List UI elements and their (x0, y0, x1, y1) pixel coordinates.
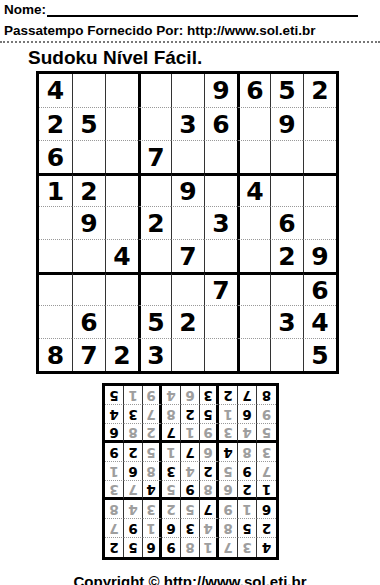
solution-cell-r5c1: 7 (257, 462, 276, 481)
solution-cell-r1c4: 1 (200, 538, 219, 557)
page-title: Sudoku Nível Fácil. (28, 47, 380, 69)
cell-r7c2 (72, 272, 105, 305)
solution-cell-r7c9: 6 (105, 424, 124, 443)
solution-cell-r2c5: 3 (181, 519, 200, 538)
solution-cell-r5c7: 8 (143, 462, 162, 481)
cell-r7c9: 6 (303, 272, 336, 305)
solution-cell-r7c3: 3 (219, 424, 238, 443)
cell-r5c2: 9 (72, 206, 105, 239)
solution-cell-r7c2: 4 (238, 424, 257, 443)
cell-r7c6: 7 (204, 272, 237, 305)
solution-cell-r5c8: 6 (124, 462, 143, 481)
cell-r2c4 (138, 107, 171, 140)
cell-r9c8 (270, 338, 303, 371)
solution-cell-r1c6: 9 (162, 538, 181, 557)
cell-r8c3 (105, 305, 138, 338)
solution-cell-r6c5: 7 (181, 443, 200, 462)
cell-r5c6: 3 (204, 206, 237, 239)
cell-r6c9: 9 (303, 239, 336, 272)
solution-cell-r1c5: 8 (181, 538, 200, 557)
solution-cell-r7c1: 5 (257, 424, 276, 443)
solution-cell-r6c7: 5 (143, 443, 162, 462)
name-row: Nome: (0, 0, 380, 17)
cell-r4c1: 1 (39, 173, 72, 206)
solution-cell-r6c6: 1 (162, 443, 181, 462)
cell-r4c8 (270, 173, 303, 206)
cell-r9c1: 8 (39, 338, 72, 371)
solution-cell-r8c9: 4 (105, 405, 124, 424)
cell-r1c6: 9 (204, 74, 237, 107)
cell-r8c6 (204, 305, 237, 338)
solution-cell-r9c5: 6 (181, 386, 200, 405)
cell-r4c3 (105, 173, 138, 206)
solution-cell-r8c8: 3 (124, 405, 143, 424)
solution-cell-r9c8: 1 (124, 386, 143, 405)
copyright-footer: Copyright © http://www.sol.eti.br (0, 573, 380, 585)
cell-r9c5 (171, 338, 204, 371)
cell-r5c3 (105, 206, 138, 239)
cell-r8c1 (39, 305, 72, 338)
solution-cell-r2c3: 8 (219, 519, 238, 538)
solution-cell-r5c5: 4 (181, 462, 200, 481)
cell-r3c3 (105, 140, 138, 173)
solution-cell-r8c4: 5 (200, 405, 219, 424)
solution-cell-r3c6: 2 (162, 500, 181, 519)
solution-cell-r2c9: 7 (105, 519, 124, 538)
solution-cell-r2c7: 1 (143, 519, 162, 538)
solution-cell-r7c7: 2 (143, 424, 162, 443)
solution-cell-r9c4: 3 (200, 386, 219, 405)
solution-cell-r6c8: 2 (124, 443, 143, 462)
sudoku-puzzle-grid: 496522536967129492364729766523487235 (36, 71, 339, 374)
cell-r8c8: 3 (270, 305, 303, 338)
cell-r1c9: 2 (303, 74, 336, 107)
solution-cell-r7c4: 9 (200, 424, 219, 443)
solution-cell-r1c7: 6 (143, 538, 162, 557)
cell-r2c6: 6 (204, 107, 237, 140)
cell-r6c3: 4 (105, 239, 138, 272)
cell-r2c7 (237, 107, 270, 140)
solution-cell-r4c8: 7 (124, 481, 143, 500)
cell-r4c2: 2 (72, 173, 105, 206)
solution-cell-r1c8: 5 (124, 538, 143, 557)
cell-r4c9 (303, 173, 336, 206)
solution-cell-r3c1: 6 (257, 500, 276, 519)
solution-cell-r7c5: 1 (181, 424, 200, 443)
solution-cell-r1c1: 4 (257, 538, 276, 557)
cell-r3c5 (171, 140, 204, 173)
solution-cell-r6c3: 4 (219, 443, 238, 462)
solution-cell-r4c7: 4 (143, 481, 162, 500)
solution-cell-r6c2: 8 (238, 443, 257, 462)
solution-cell-r6c1: 3 (257, 443, 276, 462)
cell-r7c1 (39, 272, 72, 305)
solution-cell-r9c9: 5 (105, 386, 124, 405)
cell-r7c7 (237, 272, 270, 305)
cell-r3c6 (204, 140, 237, 173)
cell-r3c8 (270, 140, 303, 173)
cell-r1c7: 6 (237, 74, 270, 107)
solution-cell-r4c4: 8 (200, 481, 219, 500)
cell-r4c4 (138, 173, 171, 206)
cell-r1c4 (138, 74, 171, 107)
solution-cell-r3c8: 4 (124, 500, 143, 519)
solution-cell-r3c9: 8 (105, 500, 124, 519)
solution-cell-r8c3: 1 (219, 405, 238, 424)
cell-r7c5 (171, 272, 204, 305)
solution-cell-r5c3: 5 (219, 462, 238, 481)
cell-r5c5 (171, 206, 204, 239)
solution-cell-r2c4: 4 (200, 519, 219, 538)
cell-r5c7 (237, 206, 270, 239)
cell-r5c4: 2 (138, 206, 171, 239)
cell-r6c4 (138, 239, 171, 272)
cell-r1c8: 5 (270, 74, 303, 107)
sudoku-solution-grid-rotated: 4371896522584361976197523481268954737952… (102, 383, 279, 560)
solution-cell-r5c6: 3 (162, 462, 181, 481)
cell-r3c1: 6 (39, 140, 72, 173)
cell-r9c2: 7 (72, 338, 105, 371)
cell-r9c9: 5 (303, 338, 336, 371)
cell-r1c1: 4 (39, 74, 72, 107)
cell-r4c6 (204, 173, 237, 206)
solution-cell-r8c2: 6 (238, 405, 257, 424)
solution-cell-r3c2: 1 (238, 500, 257, 519)
solution-cell-r9c7: 9 (143, 386, 162, 405)
cell-r2c3 (105, 107, 138, 140)
cell-r3c4: 7 (138, 140, 171, 173)
cell-r5c1 (39, 206, 72, 239)
cell-r1c5 (171, 74, 204, 107)
cell-r8c9: 4 (303, 305, 336, 338)
solution-cell-r4c5: 9 (181, 481, 200, 500)
cell-r6c1 (39, 239, 72, 272)
cell-r6c6 (204, 239, 237, 272)
solution-cell-r8c1: 9 (257, 405, 276, 424)
cell-r8c2: 6 (72, 305, 105, 338)
solution-cell-r3c7: 3 (143, 500, 162, 519)
solution-cell-r9c6: 4 (162, 386, 181, 405)
cell-r3c7 (237, 140, 270, 173)
cell-r7c3 (105, 272, 138, 305)
solution-cell-r3c4: 7 (200, 500, 219, 519)
solution-cell-r9c3: 2 (219, 386, 238, 405)
cell-r6c2 (72, 239, 105, 272)
solution-cell-r2c1: 2 (257, 519, 276, 538)
cell-r8c4: 5 (138, 305, 171, 338)
solution-cell-r4c2: 2 (238, 481, 257, 500)
cell-r6c5: 7 (171, 239, 204, 272)
solution-cell-r8c6: 8 (162, 405, 181, 424)
sudoku-worksheet-page: Nome: Passatempo Fornecido Por: http://w… (0, 0, 380, 585)
cell-r6c8: 2 (270, 239, 303, 272)
solution-cell-r4c1: 1 (257, 481, 276, 500)
cell-r7c8 (270, 272, 303, 305)
solution-cell-r2c6: 6 (162, 519, 181, 538)
solution-cell-r3c5: 5 (181, 500, 200, 519)
solution-cell-r8c7: 7 (143, 405, 162, 424)
solution-cell-r8c5: 2 (181, 405, 200, 424)
cell-r1c2 (72, 74, 105, 107)
cell-r9c4: 3 (138, 338, 171, 371)
cell-r2c8: 9 (270, 107, 303, 140)
cell-r2c1: 2 (39, 107, 72, 140)
cell-r9c6 (204, 338, 237, 371)
cell-r8c5: 2 (171, 305, 204, 338)
solution-cell-r9c2: 7 (238, 386, 257, 405)
cell-r5c9 (303, 206, 336, 239)
solution-cell-r7c6: 7 (162, 424, 181, 443)
cell-r4c5: 9 (171, 173, 204, 206)
solution-cell-r5c9: 1 (105, 462, 124, 481)
solution-cell-r2c8: 9 (124, 519, 143, 538)
cell-r2c2: 5 (72, 107, 105, 140)
cell-r7c4 (138, 272, 171, 305)
solution-cell-r1c9: 2 (105, 538, 124, 557)
solution-cell-r6c4: 6 (200, 443, 219, 462)
solution-cell-r2c2: 5 (238, 519, 257, 538)
solution-cell-r6c9: 9 (105, 443, 124, 462)
solution-cell-r1c3: 7 (219, 538, 238, 557)
solution-cell-r4c3: 6 (219, 481, 238, 500)
cell-r2c9 (303, 107, 336, 140)
cell-r6c7 (237, 239, 270, 272)
cell-r4c7: 4 (237, 173, 270, 206)
name-fill-line (47, 3, 358, 17)
cell-r9c7 (237, 338, 270, 371)
name-label: Nome: (4, 2, 46, 17)
cell-r3c2 (72, 140, 105, 173)
solution-cell-r4c6: 5 (162, 481, 181, 500)
solution-cell-r7c8: 8 (124, 424, 143, 443)
solution-cell-r1c2: 3 (238, 538, 257, 557)
solution-cell-r3c3: 9 (219, 500, 238, 519)
cell-r9c3: 2 (105, 338, 138, 371)
provider-line: Passatempo Fornecido Por: http://www.sol… (0, 17, 380, 43)
solution-cell-r4c9: 3 (105, 481, 124, 500)
solution-cell-r5c2: 9 (238, 462, 257, 481)
cell-r5c8: 6 (270, 206, 303, 239)
solution-cell-r9c1: 8 (257, 386, 276, 405)
cell-r2c5: 3 (171, 107, 204, 140)
solution-cell-r5c4: 2 (200, 462, 219, 481)
cell-r8c7 (237, 305, 270, 338)
cell-r1c3 (105, 74, 138, 107)
cell-r3c9 (303, 140, 336, 173)
